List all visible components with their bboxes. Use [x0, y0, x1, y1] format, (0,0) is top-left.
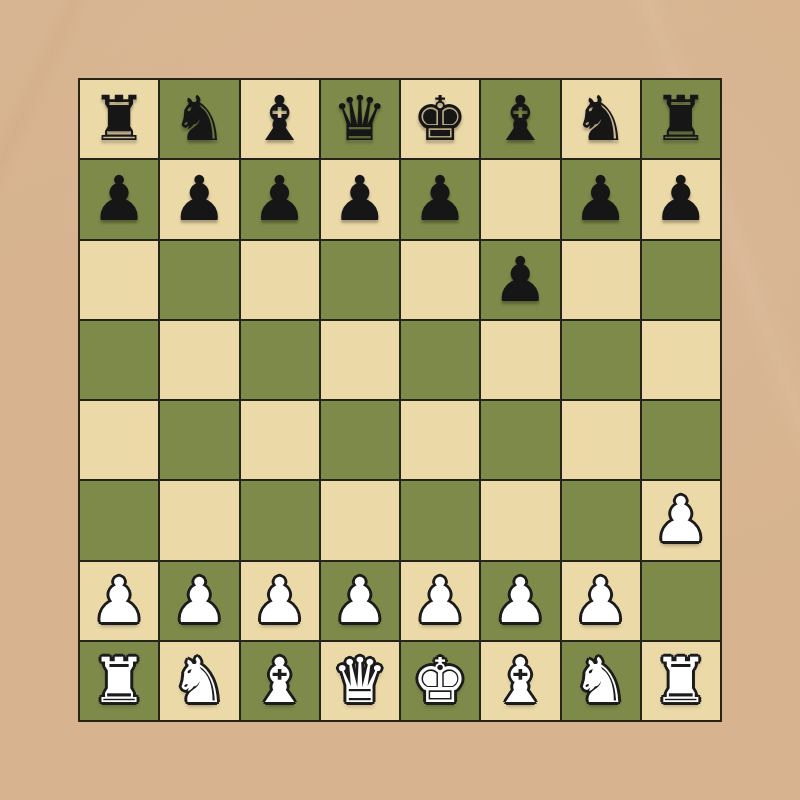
piece-white-pawn[interactable]: ♟ — [172, 570, 228, 632]
square-a8[interactable]: ♜ — [80, 80, 158, 158]
piece-black-pawn[interactable]: ♟ — [573, 168, 629, 230]
square-h2[interactable] — [642, 562, 720, 640]
square-c3[interactable] — [241, 481, 319, 559]
square-b8[interactable]: ♞ — [160, 80, 238, 158]
piece-black-rook[interactable]: ♜ — [91, 88, 147, 150]
square-c1[interactable]: ♝ — [241, 642, 319, 720]
square-d3[interactable] — [321, 481, 399, 559]
square-b7[interactable]: ♟ — [160, 160, 238, 238]
square-d4[interactable] — [321, 401, 399, 479]
square-e5[interactable] — [401, 321, 479, 399]
square-d5[interactable] — [321, 321, 399, 399]
piece-black-pawn[interactable]: ♟ — [252, 168, 308, 230]
piece-white-queen[interactable]: ♛ — [332, 650, 388, 712]
square-f5[interactable] — [481, 321, 559, 399]
square-e8[interactable]: ♚ — [401, 80, 479, 158]
square-d6[interactable] — [321, 241, 399, 319]
piece-white-bishop[interactable]: ♝ — [493, 650, 549, 712]
square-c6[interactable] — [241, 241, 319, 319]
square-f3[interactable] — [481, 481, 559, 559]
square-e7[interactable]: ♟ — [401, 160, 479, 238]
square-b1[interactable]: ♞ — [160, 642, 238, 720]
piece-white-bishop[interactable]: ♝ — [252, 650, 308, 712]
piece-black-knight[interactable]: ♞ — [172, 88, 228, 150]
square-d2[interactable]: ♟ — [321, 562, 399, 640]
piece-white-pawn[interactable]: ♟ — [332, 570, 388, 632]
square-f7[interactable] — [481, 160, 559, 238]
square-h7[interactable]: ♟ — [642, 160, 720, 238]
square-a6[interactable] — [80, 241, 158, 319]
piece-black-pawn[interactable]: ♟ — [91, 168, 147, 230]
square-f1[interactable]: ♝ — [481, 642, 559, 720]
square-f2[interactable]: ♟ — [481, 562, 559, 640]
square-g1[interactable]: ♞ — [562, 642, 640, 720]
square-h4[interactable] — [642, 401, 720, 479]
square-a5[interactable] — [80, 321, 158, 399]
square-h1[interactable]: ♜ — [642, 642, 720, 720]
square-g4[interactable] — [562, 401, 640, 479]
piece-white-rook[interactable]: ♜ — [653, 650, 709, 712]
square-f6[interactable]: ♟ — [481, 241, 559, 319]
square-f4[interactable] — [481, 401, 559, 479]
square-a1[interactable]: ♜ — [80, 642, 158, 720]
square-e4[interactable] — [401, 401, 479, 479]
piece-white-pawn[interactable]: ♟ — [91, 570, 147, 632]
piece-white-king[interactable]: ♚ — [412, 650, 468, 712]
piece-white-pawn[interactable]: ♟ — [653, 489, 709, 551]
square-e2[interactable]: ♟ — [401, 562, 479, 640]
square-d7[interactable]: ♟ — [321, 160, 399, 238]
page-background: ♜♞♝♛♚♝♞♜♟♟♟♟♟♟♟♟♟♟♟♟♟♟♟♟♜♞♝♛♚♝♞♜ — [0, 0, 800, 800]
square-e1[interactable]: ♚ — [401, 642, 479, 720]
square-a2[interactable]: ♟ — [80, 562, 158, 640]
square-h8[interactable]: ♜ — [642, 80, 720, 158]
piece-white-knight[interactable]: ♞ — [573, 650, 629, 712]
piece-black-rook[interactable]: ♜ — [653, 88, 709, 150]
square-g7[interactable]: ♟ — [562, 160, 640, 238]
square-c7[interactable]: ♟ — [241, 160, 319, 238]
piece-black-pawn[interactable]: ♟ — [493, 249, 549, 311]
piece-black-pawn[interactable]: ♟ — [653, 168, 709, 230]
square-h6[interactable] — [642, 241, 720, 319]
square-a4[interactable] — [80, 401, 158, 479]
square-b5[interactable] — [160, 321, 238, 399]
square-c8[interactable]: ♝ — [241, 80, 319, 158]
piece-white-pawn[interactable]: ♟ — [252, 570, 308, 632]
square-a3[interactable] — [80, 481, 158, 559]
square-c5[interactable] — [241, 321, 319, 399]
piece-black-king[interactable]: ♚ — [412, 88, 468, 150]
square-g6[interactable] — [562, 241, 640, 319]
piece-white-pawn[interactable]: ♟ — [493, 570, 549, 632]
square-e6[interactable] — [401, 241, 479, 319]
piece-black-pawn[interactable]: ♟ — [412, 168, 468, 230]
square-f8[interactable]: ♝ — [481, 80, 559, 158]
square-b4[interactable] — [160, 401, 238, 479]
square-a7[interactable]: ♟ — [80, 160, 158, 238]
square-d1[interactable]: ♛ — [321, 642, 399, 720]
square-g2[interactable]: ♟ — [562, 562, 640, 640]
square-c4[interactable] — [241, 401, 319, 479]
square-b6[interactable] — [160, 241, 238, 319]
square-g3[interactable] — [562, 481, 640, 559]
piece-white-knight[interactable]: ♞ — [172, 650, 228, 712]
piece-white-rook[interactable]: ♜ — [91, 650, 147, 712]
square-e3[interactable] — [401, 481, 479, 559]
piece-black-bishop[interactable]: ♝ — [252, 88, 308, 150]
piece-white-pawn[interactable]: ♟ — [412, 570, 468, 632]
piece-white-pawn[interactable]: ♟ — [573, 570, 629, 632]
square-h5[interactable] — [642, 321, 720, 399]
square-d8[interactable]: ♛ — [321, 80, 399, 158]
piece-black-bishop[interactable]: ♝ — [493, 88, 549, 150]
square-g8[interactable]: ♞ — [562, 80, 640, 158]
square-b2[interactable]: ♟ — [160, 562, 238, 640]
piece-black-pawn[interactable]: ♟ — [172, 168, 228, 230]
piece-black-pawn[interactable]: ♟ — [332, 168, 388, 230]
chess-board: ♜♞♝♛♚♝♞♜♟♟♟♟♟♟♟♟♟♟♟♟♟♟♟♟♜♞♝♛♚♝♞♜ — [78, 78, 722, 722]
piece-black-queen[interactable]: ♛ — [332, 88, 388, 150]
square-c2[interactable]: ♟ — [241, 562, 319, 640]
square-h3[interactable]: ♟ — [642, 481, 720, 559]
square-g5[interactable] — [562, 321, 640, 399]
square-b3[interactable] — [160, 481, 238, 559]
piece-black-knight[interactable]: ♞ — [573, 88, 629, 150]
